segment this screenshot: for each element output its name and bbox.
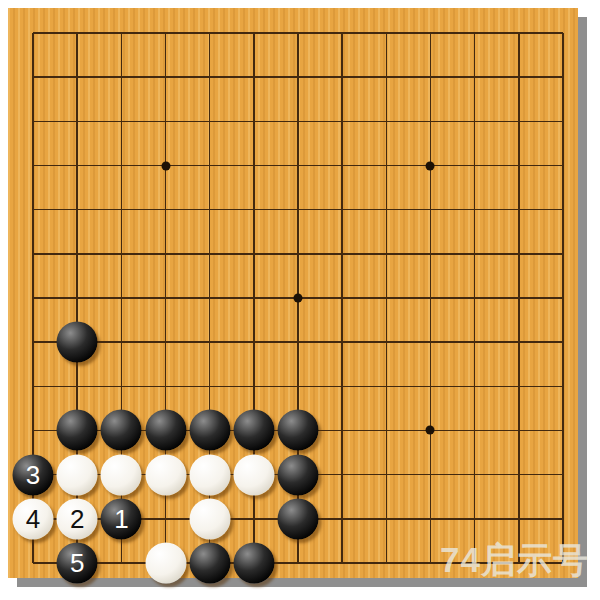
board-intersection [55, 320, 99, 364]
board-intersection [232, 276, 276, 320]
board-intersection [541, 11, 585, 55]
board-intersection [497, 364, 541, 408]
board-intersection [55, 99, 99, 143]
board-intersection [408, 143, 452, 187]
board-intersection [320, 143, 364, 187]
board-intersection [232, 55, 276, 99]
board-intersection [364, 453, 408, 497]
board-intersection [408, 408, 452, 452]
move-number-label: 3 [26, 462, 40, 488]
board-intersection [99, 11, 143, 55]
board-intersection [541, 143, 585, 187]
board-intersection [99, 320, 143, 364]
board-intersection [143, 55, 187, 99]
board-intersection [11, 541, 55, 585]
board-intersection [188, 541, 232, 585]
stone-black [145, 410, 186, 451]
board-intersection [143, 276, 187, 320]
board-intersection [497, 276, 541, 320]
board-intersection [143, 364, 187, 408]
board-intersection [232, 143, 276, 187]
board-intersection [99, 541, 143, 585]
board-intersection [55, 11, 99, 55]
board-intersection [11, 232, 55, 276]
board-intersection [453, 453, 497, 497]
board-intersection [232, 320, 276, 364]
board-intersection [55, 408, 99, 452]
board-intersection [99, 276, 143, 320]
board-intersection [497, 320, 541, 364]
stone-black [233, 410, 274, 451]
board-intersection [232, 497, 276, 541]
board-intersection [497, 188, 541, 232]
board-intersection [99, 188, 143, 232]
board-intersection [541, 364, 585, 408]
board-intersection [99, 453, 143, 497]
board-intersection [453, 232, 497, 276]
board-intersection [276, 408, 320, 452]
board-intersection [55, 364, 99, 408]
stone-black: 5 [57, 542, 98, 583]
board-intersection [188, 143, 232, 187]
board-intersection [497, 143, 541, 187]
move-number-label: 2 [70, 506, 84, 532]
board-intersection [364, 143, 408, 187]
stone-white [189, 498, 230, 539]
board-intersection: 2 [55, 497, 99, 541]
board-intersection [541, 276, 585, 320]
board-intersection [364, 276, 408, 320]
board-intersection [143, 232, 187, 276]
board-intersection [320, 541, 364, 585]
board-intersection [364, 11, 408, 55]
board-intersection [188, 99, 232, 143]
board-intersection [143, 541, 187, 585]
stone-black [278, 498, 319, 539]
board-intersection [188, 364, 232, 408]
board-intersection [188, 453, 232, 497]
board-intersection [541, 453, 585, 497]
board-intersection [188, 11, 232, 55]
board-intersection [541, 55, 585, 99]
board-intersection [188, 408, 232, 452]
board-intersection [143, 11, 187, 55]
board-intersection [143, 497, 187, 541]
board-intersection [232, 541, 276, 585]
board-intersection [364, 541, 408, 585]
board-intersection [11, 11, 55, 55]
board-intersection [497, 453, 541, 497]
board-intersection [453, 11, 497, 55]
stone-black [233, 542, 274, 583]
move-number-label: 4 [26, 506, 40, 532]
stone-black [189, 410, 230, 451]
board-intersection [541, 232, 585, 276]
board-intersection [408, 99, 452, 143]
board-intersection [364, 188, 408, 232]
stone-black [57, 410, 98, 451]
star-point [294, 294, 303, 303]
board-intersection [453, 408, 497, 452]
board-intersection [320, 453, 364, 497]
board-intersection [364, 320, 408, 364]
star-point [426, 426, 435, 435]
board-intersection [276, 143, 320, 187]
board-intersection [408, 276, 452, 320]
board-intersection [541, 320, 585, 364]
board-intersection [143, 408, 187, 452]
board-intersection [143, 143, 187, 187]
move-number-label: 5 [70, 550, 84, 576]
board-intersection [188, 497, 232, 541]
board-intersection [320, 320, 364, 364]
board-intersection [11, 364, 55, 408]
stone-white [189, 454, 230, 495]
board-intersection [453, 55, 497, 99]
board-intersection [11, 276, 55, 320]
board-intersection [143, 320, 187, 364]
board-intersection [276, 541, 320, 585]
board-intersection [453, 320, 497, 364]
board-intersection [408, 364, 452, 408]
move-number-label: 1 [114, 506, 128, 532]
star-point [161, 161, 170, 170]
board-intersection [408, 541, 452, 585]
board-intersection [276, 453, 320, 497]
board-intersection [11, 320, 55, 364]
board-intersection [276, 232, 320, 276]
page: 34215 74启示号 [0, 0, 600, 600]
board-intersection [188, 188, 232, 232]
stone-white [57, 454, 98, 495]
board-intersection [320, 55, 364, 99]
board-intersection [320, 408, 364, 452]
board-intersection [453, 541, 497, 585]
board-intersection [453, 99, 497, 143]
board-intersection [497, 55, 541, 99]
board-intersection [11, 143, 55, 187]
board-intersection [364, 364, 408, 408]
stone-black [278, 454, 319, 495]
board-intersection [276, 364, 320, 408]
board-intersection [276, 497, 320, 541]
board-intersection [320, 232, 364, 276]
stone-white [101, 454, 142, 495]
board-intersection [55, 453, 99, 497]
board-intersection [188, 276, 232, 320]
board-intersection [497, 541, 541, 585]
board-intersection [232, 232, 276, 276]
stone-white [233, 454, 274, 495]
board-intersection [276, 11, 320, 55]
board-intersection [276, 276, 320, 320]
board-intersection [497, 232, 541, 276]
stone-black [278, 410, 319, 451]
board-intersection: 4 [11, 497, 55, 541]
board-intersection [408, 188, 452, 232]
board-intersection [143, 453, 187, 497]
board-intersection [541, 99, 585, 143]
board-intersection [453, 497, 497, 541]
board-intersection [143, 99, 187, 143]
board-intersection [276, 99, 320, 143]
board-intersection [320, 276, 364, 320]
board-intersection [232, 188, 276, 232]
board-intersection [11, 408, 55, 452]
board-intersection [364, 232, 408, 276]
stone-black [57, 322, 98, 363]
board-intersection: 5 [55, 541, 99, 585]
board-grid: 34215 [11, 11, 585, 585]
board-intersection [408, 11, 452, 55]
board-intersection [364, 99, 408, 143]
stone-black [101, 410, 142, 451]
board-intersection [55, 276, 99, 320]
board-intersection [497, 99, 541, 143]
go-board: 34215 [8, 8, 578, 578]
board-intersection [364, 55, 408, 99]
board-intersection [276, 188, 320, 232]
board-intersection [408, 55, 452, 99]
board-intersection [453, 188, 497, 232]
board-intersection [55, 55, 99, 99]
board-intersection [99, 55, 143, 99]
board-intersection [99, 99, 143, 143]
board-intersection [188, 320, 232, 364]
board-intersection [99, 232, 143, 276]
board-intersection: 1 [99, 497, 143, 541]
board-intersection [232, 453, 276, 497]
star-point [426, 161, 435, 170]
board-intersection [232, 364, 276, 408]
board-intersection [99, 408, 143, 452]
board-intersection [276, 55, 320, 99]
board-intersection [320, 364, 364, 408]
stone-white: 2 [57, 498, 98, 539]
board-intersection [320, 11, 364, 55]
board-intersection [188, 55, 232, 99]
board-intersection [276, 320, 320, 364]
board-intersection [232, 99, 276, 143]
board-intersection [232, 408, 276, 452]
board-intersection [55, 143, 99, 187]
board-intersection [453, 364, 497, 408]
board-intersection [541, 497, 585, 541]
board-intersection [497, 408, 541, 452]
board-intersection [497, 497, 541, 541]
board-intersection [453, 276, 497, 320]
board-intersection [541, 408, 585, 452]
stone-black: 1 [101, 498, 142, 539]
board-intersection [55, 232, 99, 276]
board-intersection [497, 11, 541, 55]
board-intersection [364, 408, 408, 452]
board-intersection [99, 364, 143, 408]
board-intersection [188, 232, 232, 276]
board-intersection [320, 497, 364, 541]
stone-black [189, 542, 230, 583]
stone-white [145, 454, 186, 495]
board-intersection [408, 232, 452, 276]
stone-black: 3 [13, 454, 54, 495]
stone-white: 4 [13, 498, 54, 539]
board-intersection: 3 [11, 453, 55, 497]
board-intersection [320, 99, 364, 143]
board-intersection [453, 143, 497, 187]
board-intersection [408, 497, 452, 541]
board-intersection [55, 188, 99, 232]
board-intersection [541, 188, 585, 232]
board-intersection [232, 11, 276, 55]
board-intersection [143, 188, 187, 232]
board-intersection [408, 453, 452, 497]
board-intersection [541, 541, 585, 585]
board-intersection [11, 188, 55, 232]
board-intersection [408, 320, 452, 364]
board-intersection [364, 497, 408, 541]
board-intersection [320, 188, 364, 232]
board-intersection [99, 143, 143, 187]
board-intersection [11, 99, 55, 143]
stone-white [145, 542, 186, 583]
board-intersection [11, 55, 55, 99]
